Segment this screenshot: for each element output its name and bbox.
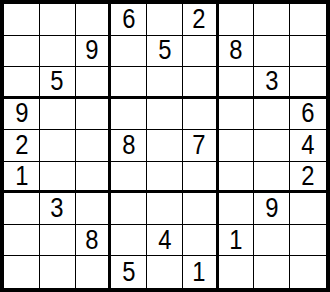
cell-r3c2[interactable]: 5 <box>40 67 76 99</box>
cell-r8c5[interactable]: 4 <box>147 225 183 257</box>
cell-r6c1[interactable]: 1 <box>4 162 40 194</box>
cell-r2c8[interactable] <box>254 36 290 68</box>
given-digit: 9 <box>15 99 28 128</box>
given-digit: 6 <box>301 99 314 128</box>
cell-r9c1[interactable] <box>4 256 40 288</box>
cell-r2c3[interactable]: 9 <box>76 36 112 68</box>
cell-r9c2[interactable] <box>40 256 76 288</box>
cell-r4c2[interactable] <box>40 99 76 131</box>
cell-r7c5[interactable] <box>147 193 183 225</box>
cell-r3c4[interactable] <box>111 67 147 99</box>
given-digit: 5 <box>158 36 171 65</box>
given-digit: 8 <box>229 36 242 65</box>
given-digit: 6 <box>122 5 135 34</box>
given-digit: 1 <box>193 258 206 287</box>
given-digit: 2 <box>301 162 314 191</box>
cell-r6c4[interactable] <box>111 162 147 194</box>
cell-r6c5[interactable] <box>147 162 183 194</box>
given-digit: 8 <box>122 131 135 160</box>
cell-r6c8[interactable] <box>254 162 290 194</box>
cell-r1c8[interactable] <box>254 4 290 36</box>
given-digit: 9 <box>265 194 278 223</box>
cell-r1c6[interactable]: 2 <box>183 4 219 36</box>
cell-r1c3[interactable] <box>76 4 112 36</box>
cell-r5c3[interactable] <box>76 130 112 162</box>
cell-r1c7[interactable] <box>219 4 255 36</box>
cell-r3c7[interactable] <box>219 67 255 99</box>
cell-r8c7[interactable]: 1 <box>219 225 255 257</box>
cell-r4c8[interactable] <box>254 99 290 131</box>
cell-r7c3[interactable] <box>76 193 112 225</box>
cell-r6c7[interactable] <box>219 162 255 194</box>
cell-r5c6[interactable]: 7 <box>183 130 219 162</box>
sudoku-board: 6295853962874123984151 <box>0 0 330 292</box>
given-digit: 2 <box>193 5 206 34</box>
cell-r8c1[interactable] <box>4 225 40 257</box>
cell-r8c2[interactable] <box>40 225 76 257</box>
cell-r7c2[interactable]: 3 <box>40 193 76 225</box>
cell-r3c1[interactable] <box>4 67 40 99</box>
cell-r6c2[interactable] <box>40 162 76 194</box>
given-digit: 8 <box>85 226 98 255</box>
cell-r1c9[interactable] <box>290 4 326 36</box>
cell-r2c4[interactable] <box>111 36 147 68</box>
cell-r2c1[interactable] <box>4 36 40 68</box>
cell-r8c9[interactable] <box>290 225 326 257</box>
cell-r3c9[interactable] <box>290 67 326 99</box>
cell-r5c5[interactable] <box>147 130 183 162</box>
cell-r3c8[interactable]: 3 <box>254 67 290 99</box>
cell-r7c8[interactable]: 9 <box>254 193 290 225</box>
given-digit: 3 <box>265 67 278 96</box>
cell-r5c7[interactable] <box>219 130 255 162</box>
cell-r9c7[interactable] <box>219 256 255 288</box>
cell-r4c5[interactable] <box>147 99 183 131</box>
cell-r7c9[interactable] <box>290 193 326 225</box>
given-digit: 2 <box>15 131 28 160</box>
given-digit: 5 <box>122 258 135 287</box>
cell-r9c5[interactable] <box>147 256 183 288</box>
cell-r9c6[interactable]: 1 <box>183 256 219 288</box>
cell-r7c6[interactable] <box>183 193 219 225</box>
cell-r8c6[interactable] <box>183 225 219 257</box>
given-digit: 5 <box>51 67 64 96</box>
cell-r4c1[interactable]: 9 <box>4 99 40 131</box>
given-digit: 1 <box>229 226 242 255</box>
cell-r7c7[interactable] <box>219 193 255 225</box>
cell-r1c1[interactable] <box>4 4 40 36</box>
cell-r8c3[interactable]: 8 <box>76 225 112 257</box>
cell-r7c4[interactable] <box>111 193 147 225</box>
cell-r4c9[interactable]: 6 <box>290 99 326 131</box>
cell-r6c6[interactable] <box>183 162 219 194</box>
cell-r3c6[interactable] <box>183 67 219 99</box>
cell-r8c4[interactable] <box>111 225 147 257</box>
cell-r1c2[interactable] <box>40 4 76 36</box>
cell-r9c3[interactable] <box>76 256 112 288</box>
given-digit: 1 <box>15 162 28 191</box>
cell-r5c4[interactable]: 8 <box>111 130 147 162</box>
cell-r4c4[interactable] <box>111 99 147 131</box>
cell-r1c5[interactable] <box>147 4 183 36</box>
cell-r4c7[interactable] <box>219 99 255 131</box>
given-digit: 4 <box>301 131 314 160</box>
cell-r7c1[interactable] <box>4 193 40 225</box>
cell-r5c1[interactable]: 2 <box>4 130 40 162</box>
cell-r3c3[interactable] <box>76 67 112 99</box>
given-digit: 9 <box>85 36 98 65</box>
cell-r5c9[interactable]: 4 <box>290 130 326 162</box>
given-digit: 7 <box>193 131 206 160</box>
cell-r9c4[interactable]: 5 <box>111 256 147 288</box>
cell-r2c9[interactable] <box>290 36 326 68</box>
cell-r6c3[interactable] <box>76 162 112 194</box>
cell-r9c9[interactable] <box>290 256 326 288</box>
given-digit: 3 <box>51 194 64 223</box>
cell-r2c2[interactable] <box>40 36 76 68</box>
given-digit: 4 <box>158 226 171 255</box>
cell-r4c6[interactable] <box>183 99 219 131</box>
cell-r6c9[interactable]: 2 <box>290 162 326 194</box>
cell-r2c7[interactable]: 8 <box>219 36 255 68</box>
cell-r4c3[interactable] <box>76 99 112 131</box>
cell-r8c8[interactable] <box>254 225 290 257</box>
cell-r1c4[interactable]: 6 <box>111 4 147 36</box>
cell-r2c5[interactable]: 5 <box>147 36 183 68</box>
cell-r5c2[interactable] <box>40 130 76 162</box>
cell-r2c6[interactable] <box>183 36 219 68</box>
cell-r3c5[interactable] <box>147 67 183 99</box>
cell-r9c8[interactable] <box>254 256 290 288</box>
cell-r5c8[interactable] <box>254 130 290 162</box>
